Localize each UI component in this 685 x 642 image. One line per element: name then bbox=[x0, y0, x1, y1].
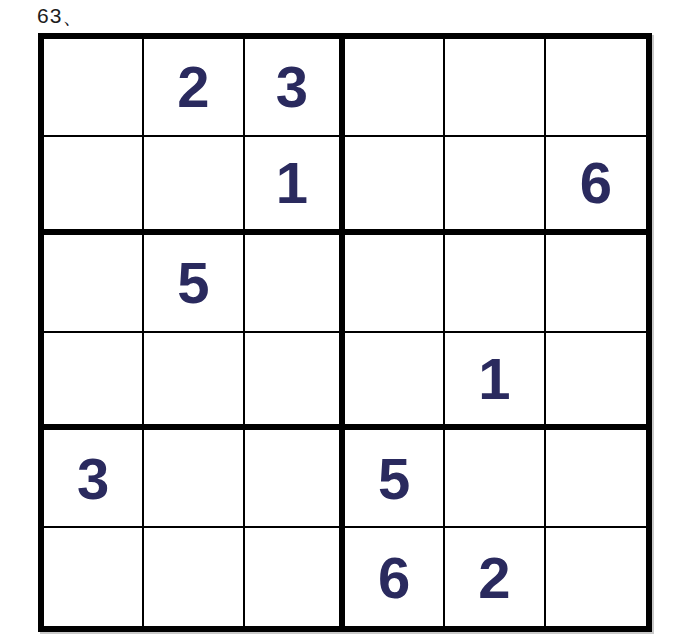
cell-r2c5-empty[interactable] bbox=[445, 137, 545, 235]
cell-r1c6-empty[interactable] bbox=[546, 39, 646, 137]
cell-r1c2-given[interactable]: 2 bbox=[144, 39, 244, 137]
cell-r2c1-empty[interactable] bbox=[44, 137, 144, 235]
cell-r6c4-given[interactable]: 6 bbox=[345, 528, 445, 626]
cell-r3c6-empty[interactable] bbox=[546, 235, 646, 333]
cell-r3c1-empty[interactable] bbox=[44, 235, 144, 333]
page: 63、 2316513562 bbox=[0, 0, 685, 642]
cell-r3c3-empty[interactable] bbox=[245, 235, 345, 333]
cell-r3c2-given[interactable]: 5 bbox=[144, 235, 244, 333]
cell-r2c6-given[interactable]: 6 bbox=[546, 137, 646, 235]
cell-r3c5-empty[interactable] bbox=[445, 235, 545, 333]
cell-r6c6-empty[interactable] bbox=[546, 528, 646, 626]
cell-r4c3-empty[interactable] bbox=[245, 333, 345, 431]
cell-r5c4-given[interactable]: 5 bbox=[345, 430, 445, 528]
cell-r2c3-given[interactable]: 1 bbox=[245, 137, 345, 235]
cell-r2c2-empty[interactable] bbox=[144, 137, 244, 235]
cell-r1c5-empty[interactable] bbox=[445, 39, 545, 137]
cell-r5c1-given[interactable]: 3 bbox=[44, 430, 144, 528]
cell-r4c1-empty[interactable] bbox=[44, 333, 144, 431]
puzzle-number-label: 63、 bbox=[37, 2, 84, 30]
cell-r2c4-empty[interactable] bbox=[345, 137, 445, 235]
cell-r1c3-given[interactable]: 3 bbox=[245, 39, 345, 137]
cell-r5c3-empty[interactable] bbox=[245, 430, 345, 528]
cell-r6c2-empty[interactable] bbox=[144, 528, 244, 626]
sudoku-board: 2316513562 bbox=[38, 33, 652, 632]
cell-r4c2-empty[interactable] bbox=[144, 333, 244, 431]
cell-r1c4-empty[interactable] bbox=[345, 39, 445, 137]
cell-r6c3-empty[interactable] bbox=[245, 528, 345, 626]
cell-r5c6-empty[interactable] bbox=[546, 430, 646, 528]
cell-r6c5-given[interactable]: 2 bbox=[445, 528, 545, 626]
cell-r4c5-given[interactable]: 1 bbox=[445, 333, 545, 431]
cell-r1c1-empty[interactable] bbox=[44, 39, 144, 137]
cell-r4c4-empty[interactable] bbox=[345, 333, 445, 431]
cell-r6c1-empty[interactable] bbox=[44, 528, 144, 626]
cell-r3c4-empty[interactable] bbox=[345, 235, 445, 333]
cell-r5c2-empty[interactable] bbox=[144, 430, 244, 528]
cell-r4c6-empty[interactable] bbox=[546, 333, 646, 431]
cell-r5c5-empty[interactable] bbox=[445, 430, 545, 528]
